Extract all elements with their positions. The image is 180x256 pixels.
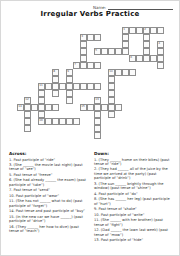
grid-cell[interactable] — [101, 48, 108, 55]
grid-cell[interactable] — [143, 48, 150, 55]
grid-cell[interactable]: 2 — [143, 27, 150, 34]
grid-cell[interactable]: 13 — [94, 97, 101, 104]
grid-cell[interactable] — [150, 27, 157, 34]
clue-item: 1. (They ______ home on their bikes) (pa… — [94, 158, 173, 167]
grid-cell[interactable] — [108, 76, 115, 83]
clue-item: 8. (She has ______ her leg) (past partic… — [94, 197, 173, 206]
clue-item: 12. (Dad ______ the lawn last week) (pas… — [94, 228, 173, 237]
clue-item: 16. (They ______ her how to dive) (past … — [9, 225, 88, 234]
grid-cell[interactable] — [66, 118, 73, 125]
clue-number: 12 — [25, 98, 29, 101]
grid-cell[interactable] — [94, 62, 101, 69]
grid-cell[interactable] — [38, 104, 45, 111]
grid-cell[interactable] — [87, 104, 94, 111]
grid-cell[interactable]: 1 — [122, 27, 129, 34]
grid-cell[interactable] — [80, 83, 87, 90]
grid-cell[interactable] — [52, 83, 59, 90]
grid-cell[interactable] — [38, 111, 45, 118]
grid-cell[interactable] — [45, 83, 52, 90]
worksheet-page: { "game": "crossword", "page": { "name_l… — [0, 0, 180, 256]
across-heading: Across: — [9, 151, 88, 156]
grid-cell[interactable]: 11 — [38, 83, 45, 90]
grid-cell[interactable] — [38, 97, 45, 104]
grid-cell[interactable]: 5 — [94, 48, 101, 55]
clue-number: 9 — [67, 70, 69, 73]
grid-cell[interactable] — [129, 27, 136, 34]
grid-cell[interactable] — [115, 69, 122, 76]
down-heading: Down: — [94, 151, 173, 156]
grid-cell[interactable]: 14 — [17, 104, 24, 111]
clue-item: 3. (She ______ the movie last night) (pa… — [9, 163, 88, 172]
grid-cell[interactable]: 4 — [157, 41, 164, 48]
grid-cell[interactable] — [157, 55, 164, 62]
grid-cell[interactable] — [87, 34, 94, 41]
clue-item: 6. (She had already ______ the exam) (pa… — [9, 178, 88, 187]
clue-item: 7. Past tense of "send" — [9, 188, 88, 192]
grid-cell[interactable] — [38, 90, 45, 97]
grid-cell[interactable] — [24, 111, 31, 118]
crossword-grid: 12345678910111213141516 — [17, 27, 164, 139]
grid-cell[interactable]: 7 — [73, 62, 80, 69]
grid-cell[interactable] — [73, 83, 80, 90]
grid-cell[interactable] — [31, 104, 38, 111]
grid-cell[interactable]: 16 — [38, 118, 45, 125]
grid-cell[interactable] — [122, 41, 129, 48]
grid-cell[interactable]: 6 — [129, 55, 136, 62]
grid-cell[interactable] — [87, 83, 94, 90]
clue-number: 7 — [74, 63, 76, 66]
clue-number: 14 — [18, 105, 22, 108]
clue-number: 8 — [53, 70, 55, 73]
clue-number: 5 — [95, 49, 97, 52]
grid-cell[interactable] — [87, 62, 94, 69]
page-title: Irregular Verbs Practice — [1, 10, 179, 18]
grid-cell[interactable] — [115, 104, 122, 111]
clue-item: 4. Past participle of "do" — [94, 192, 173, 196]
grid-cell[interactable] — [80, 48, 87, 55]
grid-cell[interactable] — [108, 48, 115, 55]
grid-cell[interactable] — [122, 34, 129, 41]
grid-cell[interactable] — [59, 83, 66, 90]
across-clues: Across: 1. Past participle of "ride"3. (… — [9, 151, 88, 251]
grid-cell[interactable] — [150, 55, 157, 62]
grid-cell[interactable] — [52, 90, 59, 97]
clue-lists: Across: 1. Past participle of "ride"3. (… — [9, 151, 173, 251]
clue-number: 10 — [109, 70, 113, 73]
grid-cell[interactable] — [157, 48, 164, 55]
grid-cell[interactable] — [52, 118, 59, 125]
grid-cell[interactable] — [157, 62, 164, 69]
grid-cell[interactable] — [94, 125, 101, 132]
grid-cell[interactable] — [80, 41, 87, 48]
clue-number: 6 — [130, 56, 132, 59]
clue-item: 10. Past participle of "wear" — [9, 194, 88, 198]
grid-cell[interactable] — [129, 69, 136, 76]
clue-item: 15. (In the new car we have ______) (pas… — [9, 215, 88, 224]
grid-cell[interactable] — [80, 62, 87, 69]
grid-cell[interactable]: 9 — [66, 69, 73, 76]
clue-number: 3 — [81, 35, 83, 38]
grid-cell[interactable] — [94, 132, 101, 139]
clue-number: 15 — [81, 105, 85, 108]
grid-cell[interactable]: 15 — [80, 104, 87, 111]
clue-number: 4 — [158, 42, 160, 45]
grid-cell[interactable] — [52, 104, 59, 111]
clue-item: 11. (She has not ______ what to do) (pas… — [9, 199, 88, 208]
grid-cell[interactable] — [136, 27, 143, 34]
grid-cell[interactable] — [24, 125, 31, 132]
clue-number: 2 — [144, 28, 146, 31]
grid-cell[interactable] — [108, 90, 115, 97]
down-clues: Down: 1. (They ______ home on their bike… — [94, 151, 173, 251]
grid-cell[interactable] — [143, 55, 150, 62]
clue-item: 10. Past participle of "write" — [94, 213, 173, 217]
grid-cell[interactable] — [66, 90, 73, 97]
clue-number: 1 — [123, 28, 125, 31]
clue-item: 11. (She ______ with her brother) (past … — [94, 218, 173, 227]
grid-cell[interactable]: 3 — [80, 34, 87, 41]
grid-cell[interactable] — [143, 34, 150, 41]
grid-cell[interactable] — [94, 118, 101, 125]
grid-cell[interactable]: 8 — [52, 69, 59, 76]
clue-item: 2. (They had ______ all of the juice by … — [94, 167, 173, 180]
clue-item: 1. Past participle of "ride" — [9, 158, 88, 162]
grid-cell[interactable] — [94, 104, 101, 111]
clue-number: 11 — [39, 84, 43, 87]
clue-item: 9. Past tense of "shake" — [94, 207, 173, 211]
grid-cell[interactable] — [66, 83, 73, 90]
grid-cell[interactable] — [122, 48, 129, 55]
clue-item: 14. Past tense and past participle of "b… — [9, 209, 88, 213]
grid-cell[interactable] — [45, 104, 52, 111]
grid-cell[interactable] — [24, 118, 31, 125]
grid-cell[interactable] — [108, 97, 115, 104]
grid-cell[interactable] — [73, 118, 80, 125]
clue-item: 3. (The sun ______ brightly through the … — [94, 182, 173, 191]
grid-cell[interactable] — [136, 55, 143, 62]
grid-cell[interactable]: 10 — [108, 69, 115, 76]
grid-cell[interactable] — [157, 27, 164, 34]
grid-cell[interactable] — [59, 118, 66, 125]
clue-number: 16 — [39, 119, 43, 122]
grid-cell[interactable] — [24, 104, 31, 111]
clue-item: 5. Past tense of "freeze" — [9, 173, 88, 177]
grid-cell[interactable]: 12 — [24, 97, 31, 104]
grid-cell[interactable] — [108, 111, 115, 118]
grid-cell[interactable] — [94, 34, 101, 41]
grid-cell[interactable] — [101, 104, 108, 111]
grid-cell[interactable] — [108, 104, 115, 111]
grid-cell[interactable] — [143, 41, 150, 48]
grid-cell[interactable] — [94, 111, 101, 118]
grid-cell[interactable] — [108, 83, 115, 90]
grid-cell[interactable] — [66, 76, 73, 83]
grid-cell[interactable] — [122, 69, 129, 76]
grid-cell[interactable] — [115, 48, 122, 55]
grid-cell[interactable] — [80, 55, 87, 62]
clue-number: 13 — [95, 98, 99, 101]
grid-cell[interactable] — [94, 83, 101, 90]
grid-cell[interactable] — [45, 118, 52, 125]
grid-cell[interactable] — [66, 97, 73, 104]
clue-item: 13. Past participle of "hide" — [94, 238, 173, 242]
grid-cell[interactable] — [52, 76, 59, 83]
